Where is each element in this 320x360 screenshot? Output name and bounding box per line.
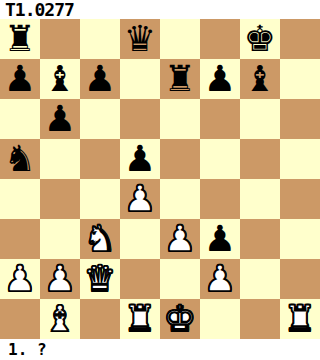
square-c5[interactable] <box>80 139 120 179</box>
square-e1[interactable]: ♚ <box>160 299 200 339</box>
square-a2[interactable]: ♟ <box>0 259 40 299</box>
white-rook[interactable]: ♜ <box>284 299 316 339</box>
square-f8[interactable] <box>200 19 240 59</box>
square-b6[interactable]: ♟ <box>40 99 80 139</box>
square-e8[interactable] <box>160 19 200 59</box>
square-b1[interactable]: ♝ <box>40 299 80 339</box>
black-rook[interactable]: ♜ <box>4 19 36 59</box>
square-a1[interactable] <box>0 299 40 339</box>
square-d2[interactable] <box>120 259 160 299</box>
square-h6[interactable] <box>280 99 320 139</box>
white-queen[interactable]: ♛ <box>84 259 116 299</box>
white-rook[interactable]: ♜ <box>124 299 156 339</box>
square-d3[interactable] <box>120 219 160 259</box>
black-pawn[interactable]: ♟ <box>204 59 236 99</box>
square-d4[interactable]: ♟ <box>120 179 160 219</box>
square-a7[interactable]: ♟ <box>0 59 40 99</box>
black-queen[interactable]: ♛ <box>124 19 156 59</box>
square-f7[interactable]: ♟ <box>200 59 240 99</box>
square-e7[interactable]: ♜ <box>160 59 200 99</box>
square-g7[interactable]: ♝ <box>240 59 280 99</box>
square-b2[interactable]: ♟ <box>40 259 80 299</box>
black-pawn[interactable]: ♟ <box>204 219 236 259</box>
square-e6[interactable] <box>160 99 200 139</box>
square-h4[interactable] <box>280 179 320 219</box>
white-knight[interactable]: ♞ <box>84 219 116 259</box>
black-bishop[interactable]: ♝ <box>44 59 76 99</box>
square-g5[interactable] <box>240 139 280 179</box>
puzzle-title: T1.0277 <box>0 0 320 19</box>
square-a6[interactable] <box>0 99 40 139</box>
square-c6[interactable] <box>80 99 120 139</box>
square-d1[interactable]: ♜ <box>120 299 160 339</box>
chess-tactics-app: T1.0277 ♜♛♚♟♝♟♜♟♝♟♞♟♟♞♟♟♟♟♛♟♝♜♚♜ 1. ? <box>0 0 320 360</box>
black-bishop[interactable]: ♝ <box>244 59 276 99</box>
square-f1[interactable] <box>200 299 240 339</box>
square-c4[interactable] <box>80 179 120 219</box>
square-c2[interactable]: ♛ <box>80 259 120 299</box>
square-h8[interactable] <box>280 19 320 59</box>
square-f3[interactable]: ♟ <box>200 219 240 259</box>
square-d7[interactable] <box>120 59 160 99</box>
square-b3[interactable] <box>40 219 80 259</box>
square-g4[interactable] <box>240 179 280 219</box>
square-c8[interactable] <box>80 19 120 59</box>
square-g3[interactable] <box>240 219 280 259</box>
square-c7[interactable]: ♟ <box>80 59 120 99</box>
square-e3[interactable]: ♟ <box>160 219 200 259</box>
square-h5[interactable] <box>280 139 320 179</box>
square-c3[interactable]: ♞ <box>80 219 120 259</box>
square-g1[interactable] <box>240 299 280 339</box>
square-e4[interactable] <box>160 179 200 219</box>
square-a3[interactable] <box>0 219 40 259</box>
square-e2[interactable] <box>160 259 200 299</box>
chess-board: ♜♛♚♟♝♟♜♟♝♟♞♟♟♞♟♟♟♟♛♟♝♜♚♜ <box>0 19 320 339</box>
square-a5[interactable]: ♞ <box>0 139 40 179</box>
square-b4[interactable] <box>40 179 80 219</box>
move-prompt: 1. ? <box>0 339 320 360</box>
black-rook[interactable]: ♜ <box>164 59 196 99</box>
square-e5[interactable] <box>160 139 200 179</box>
white-pawn[interactable]: ♟ <box>44 259 76 299</box>
white-pawn[interactable]: ♟ <box>204 259 236 299</box>
square-g2[interactable] <box>240 259 280 299</box>
square-h1[interactable]: ♜ <box>280 299 320 339</box>
square-f4[interactable] <box>200 179 240 219</box>
square-d8[interactable]: ♛ <box>120 19 160 59</box>
black-pawn[interactable]: ♟ <box>4 59 36 99</box>
square-h2[interactable] <box>280 259 320 299</box>
black-pawn[interactable]: ♟ <box>124 139 156 179</box>
square-b5[interactable] <box>40 139 80 179</box>
square-b8[interactable] <box>40 19 80 59</box>
square-b7[interactable]: ♝ <box>40 59 80 99</box>
square-f2[interactable]: ♟ <box>200 259 240 299</box>
square-c1[interactable] <box>80 299 120 339</box>
white-pawn[interactable]: ♟ <box>124 179 156 219</box>
square-a8[interactable]: ♜ <box>0 19 40 59</box>
black-pawn[interactable]: ♟ <box>44 99 76 139</box>
square-d5[interactable]: ♟ <box>120 139 160 179</box>
square-f6[interactable] <box>200 99 240 139</box>
black-pawn[interactable]: ♟ <box>84 59 116 99</box>
square-g8[interactable]: ♚ <box>240 19 280 59</box>
white-king[interactable]: ♚ <box>164 299 196 339</box>
square-d6[interactable] <box>120 99 160 139</box>
black-king[interactable]: ♚ <box>244 19 276 59</box>
white-bishop[interactable]: ♝ <box>44 299 76 339</box>
black-knight[interactable]: ♞ <box>4 139 36 179</box>
square-h7[interactable] <box>280 59 320 99</box>
square-a4[interactable] <box>0 179 40 219</box>
white-pawn[interactable]: ♟ <box>4 259 36 299</box>
square-h3[interactable] <box>280 219 320 259</box>
square-g6[interactable] <box>240 99 280 139</box>
square-f5[interactable] <box>200 139 240 179</box>
white-pawn[interactable]: ♟ <box>164 219 196 259</box>
